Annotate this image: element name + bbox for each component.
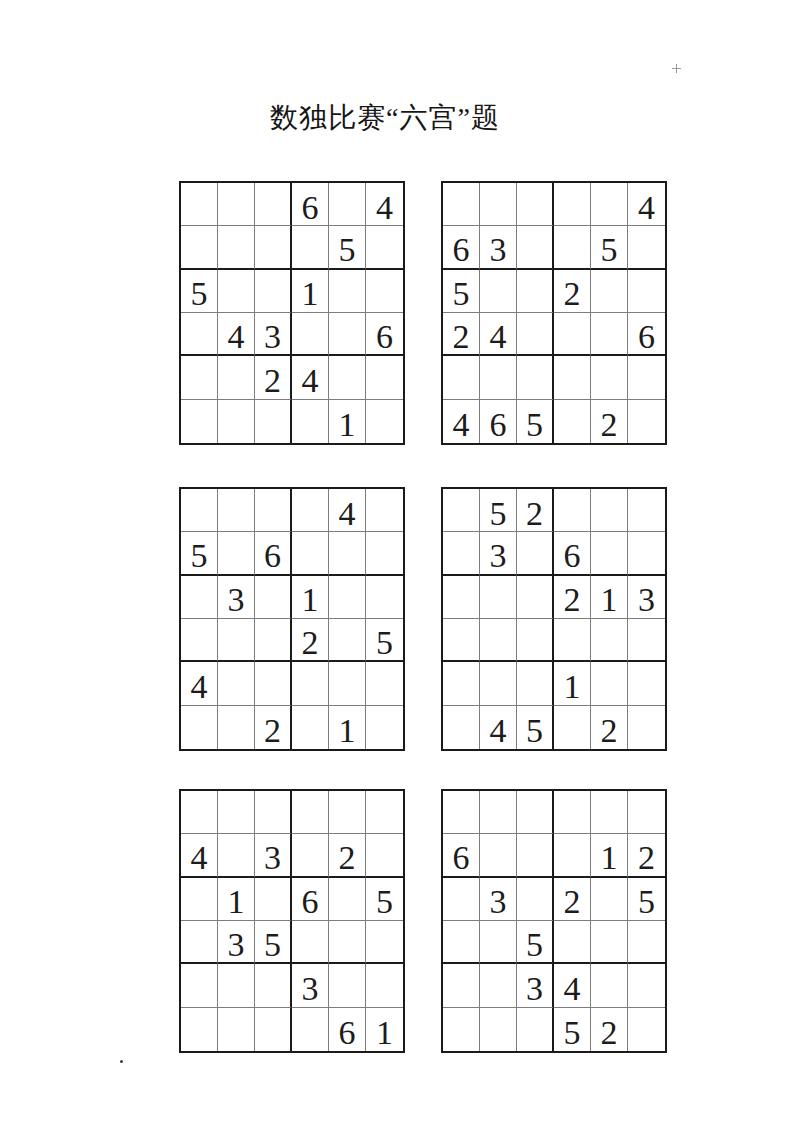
cell-r1c6: 4 (628, 183, 665, 226)
cell-r5c6 (628, 662, 665, 705)
cell-r4c5 (591, 921, 628, 964)
cell-r3c1 (443, 576, 480, 619)
cell-r2c5 (329, 532, 366, 575)
cell-r5c6 (366, 356, 403, 399)
cell-r6c6 (366, 400, 403, 443)
cell-r5c6 (628, 356, 665, 399)
cell-r3c5 (329, 270, 366, 313)
cell-r5c2 (218, 662, 255, 705)
cell-r3c3 (255, 270, 292, 313)
print-artifact-cross-mark (672, 64, 681, 73)
cell-r1c3 (255, 183, 292, 226)
cell-r5c1 (181, 356, 218, 399)
cell-r1c3 (255, 489, 292, 532)
cell-r1c6: 4 (366, 183, 403, 226)
cell-r4c6 (628, 921, 665, 964)
cell-r1c2 (480, 791, 517, 834)
cell-r1c4 (554, 791, 591, 834)
cell-r1c6 (628, 489, 665, 532)
cell-r2c2 (480, 834, 517, 877)
cell-r2c5: 5 (329, 226, 366, 269)
cell-r2c6: 2 (628, 834, 665, 877)
cell-r2c5: 5 (591, 226, 628, 269)
cell-r1c1 (181, 183, 218, 226)
cell-r4c5 (329, 921, 366, 964)
cell-r4c2: 4 (218, 313, 255, 356)
cell-r5c4 (554, 356, 591, 399)
cell-r3c2: 3 (218, 576, 255, 619)
cell-r3c1 (181, 878, 218, 921)
cell-r2c6 (366, 532, 403, 575)
cell-r1c1 (181, 791, 218, 834)
cell-r6c4: 5 (554, 1008, 591, 1051)
cell-r6c4 (554, 706, 591, 749)
cell-r1c5 (591, 183, 628, 226)
cell-r5c2 (480, 964, 517, 1007)
cell-r5c4: 4 (554, 964, 591, 1007)
cell-r5c4: 3 (292, 964, 329, 1007)
cell-r1c5 (591, 489, 628, 532)
cell-r1c1 (443, 489, 480, 532)
cell-r2c6 (366, 834, 403, 877)
cell-r4c5 (329, 619, 366, 662)
cell-r5c6 (366, 662, 403, 705)
cell-r6c1 (443, 706, 480, 749)
cell-r2c1: 5 (181, 532, 218, 575)
cell-r5c1 (181, 964, 218, 1007)
cell-r6c5: 6 (329, 1008, 366, 1051)
sudoku-grid-3: 4563125421 (179, 487, 405, 751)
sudoku-worksheet-page: 数独比赛“六宫”题 64551436241 4635522464652 4563… (0, 0, 800, 1132)
cell-r6c1: 4 (443, 400, 480, 443)
cell-r4c1: 2 (443, 313, 480, 356)
cell-r5c3: 3 (517, 964, 554, 1007)
cell-r2c2 (218, 834, 255, 877)
cell-r6c2: 4 (480, 706, 517, 749)
cell-r5c4: 1 (554, 662, 591, 705)
cell-r3c3 (517, 878, 554, 921)
cell-r1c2: 5 (480, 489, 517, 532)
cell-r4c1 (443, 619, 480, 662)
cell-r4c5 (591, 619, 628, 662)
cell-r2c1: 6 (443, 226, 480, 269)
cell-r5c3: 2 (255, 356, 292, 399)
cell-r4c4 (554, 619, 591, 662)
cell-r2c3 (517, 834, 554, 877)
cell-r4c6 (628, 619, 665, 662)
cell-r2c2 (218, 532, 255, 575)
cell-r1c2 (218, 791, 255, 834)
cell-r4c2 (218, 619, 255, 662)
cell-r3c6: 5 (628, 878, 665, 921)
cell-r6c6 (628, 400, 665, 443)
cell-r1c4 (554, 489, 591, 532)
cell-r2c5: 2 (329, 834, 366, 877)
cell-r6c3: 5 (517, 400, 554, 443)
sudoku-grid-6: 61232553452 (441, 789, 667, 1053)
cell-r5c5 (329, 964, 366, 1007)
cell-r1c1 (443, 791, 480, 834)
cell-r6c4 (292, 706, 329, 749)
cell-r3c1: 5 (443, 270, 480, 313)
cell-r4c4 (554, 921, 591, 964)
cell-r3c6: 3 (628, 576, 665, 619)
sudoku-grid-4: 52362131452 (441, 487, 667, 751)
cell-r5c1: 4 (181, 662, 218, 705)
cell-r3c2 (480, 576, 517, 619)
cell-r5c2 (480, 662, 517, 705)
cell-r4c6 (366, 921, 403, 964)
cell-r1c6 (366, 791, 403, 834)
cell-r4c6: 6 (628, 313, 665, 356)
cell-r2c1: 4 (181, 834, 218, 877)
cell-r1c2 (218, 489, 255, 532)
cell-r3c6 (366, 576, 403, 619)
cell-r6c5: 2 (591, 400, 628, 443)
cell-r3c3 (517, 576, 554, 619)
cell-r1c1 (443, 183, 480, 226)
cell-r3c5: 1 (591, 576, 628, 619)
sudoku-grid-5: 43216535361 (179, 789, 405, 1053)
cell-r4c3 (517, 313, 554, 356)
cell-r4c4 (554, 313, 591, 356)
cell-r3c6 (628, 270, 665, 313)
cell-r3c4: 2 (554, 270, 591, 313)
cell-r4c3: 5 (517, 921, 554, 964)
cell-r1c4 (292, 489, 329, 532)
cell-r6c4 (554, 400, 591, 443)
cell-r6c3 (517, 1008, 554, 1051)
cell-r2c4 (292, 226, 329, 269)
cell-r1c6 (366, 489, 403, 532)
cell-r6c3 (255, 1008, 292, 1051)
cell-r2c2 (218, 226, 255, 269)
cell-r6c1 (181, 400, 218, 443)
cell-r6c4 (292, 400, 329, 443)
cell-r1c5 (591, 791, 628, 834)
cell-r3c3 (255, 878, 292, 921)
cell-r2c4 (292, 834, 329, 877)
cell-r6c1 (181, 706, 218, 749)
cell-r5c1 (443, 662, 480, 705)
cell-r5c5 (329, 356, 366, 399)
cell-r3c5 (329, 878, 366, 921)
cell-r5c6 (366, 964, 403, 1007)
cell-r2c5 (591, 532, 628, 575)
cell-r4c1 (181, 921, 218, 964)
cell-r6c1 (181, 1008, 218, 1051)
cell-r2c6 (628, 226, 665, 269)
cell-r1c1 (181, 489, 218, 532)
cell-r2c2: 3 (480, 532, 517, 575)
cell-r2c1 (181, 226, 218, 269)
cell-r6c2 (218, 706, 255, 749)
cell-r3c6 (366, 270, 403, 313)
cell-r3c1 (443, 878, 480, 921)
cell-r5c3 (517, 662, 554, 705)
cell-r1c3: 2 (517, 489, 554, 532)
cell-r1c2 (480, 183, 517, 226)
cell-r3c3 (517, 270, 554, 313)
cell-r1c5: 4 (329, 489, 366, 532)
cell-r3c5 (591, 270, 628, 313)
cell-r3c3 (255, 576, 292, 619)
cell-r6c2 (218, 1008, 255, 1051)
cell-r6c2: 6 (480, 400, 517, 443)
cell-r5c2 (480, 356, 517, 399)
cell-r6c5: 2 (591, 1008, 628, 1051)
cell-r3c5 (591, 878, 628, 921)
cell-r1c2 (218, 183, 255, 226)
sudoku-grid-1: 64551436241 (179, 181, 405, 445)
cell-r4c5 (329, 313, 366, 356)
cell-r2c5: 1 (591, 834, 628, 877)
cell-r5c5 (591, 356, 628, 399)
cell-r3c4: 1 (292, 270, 329, 313)
cell-r4c6: 5 (366, 619, 403, 662)
cell-r3c2 (480, 270, 517, 313)
cell-r5c5 (591, 662, 628, 705)
cell-r3c2: 1 (218, 878, 255, 921)
cell-r2c4: 6 (554, 532, 591, 575)
cell-r5c5 (591, 964, 628, 1007)
cell-r2c1: 6 (443, 834, 480, 877)
cell-r1c4 (554, 183, 591, 226)
cell-r5c6 (628, 964, 665, 1007)
cell-r6c2 (480, 1008, 517, 1051)
page-title: 数独比赛“六宫”题 (0, 99, 770, 137)
cell-r4c3: 3 (255, 313, 292, 356)
cell-r2c3 (517, 226, 554, 269)
cell-r2c3 (255, 226, 292, 269)
cell-r6c6: 1 (366, 1008, 403, 1051)
cell-r4c2: 3 (218, 921, 255, 964)
cell-r3c5 (329, 576, 366, 619)
cell-r4c4: 2 (292, 619, 329, 662)
cell-r6c3: 5 (517, 706, 554, 749)
print-artifact-dot (120, 1060, 123, 1063)
cell-r4c2: 4 (480, 313, 517, 356)
cell-r5c5 (329, 662, 366, 705)
cell-r1c5 (329, 791, 366, 834)
cell-r6c5: 2 (591, 706, 628, 749)
cell-r6c4 (292, 1008, 329, 1051)
cell-r3c4: 1 (292, 576, 329, 619)
cell-r2c4 (554, 834, 591, 877)
cell-r5c3 (255, 662, 292, 705)
cell-r3c4: 2 (554, 576, 591, 619)
cell-r1c5 (329, 183, 366, 226)
cell-r1c4: 6 (292, 183, 329, 226)
cell-r6c6 (366, 706, 403, 749)
cell-r5c4: 4 (292, 356, 329, 399)
cell-r2c2: 3 (480, 226, 517, 269)
cell-r4c2 (480, 921, 517, 964)
cell-r1c3 (517, 183, 554, 226)
cell-r6c6 (628, 706, 665, 749)
cell-r4c1 (181, 619, 218, 662)
cell-r3c4: 6 (292, 878, 329, 921)
cell-r4c4 (292, 921, 329, 964)
cell-r3c2: 3 (480, 878, 517, 921)
cell-r2c4 (292, 532, 329, 575)
cell-r5c1 (443, 356, 480, 399)
cell-r4c5 (591, 313, 628, 356)
cell-r4c3 (255, 619, 292, 662)
cell-r5c3 (517, 356, 554, 399)
cell-r6c3 (255, 400, 292, 443)
cell-r4c1 (181, 313, 218, 356)
cell-r2c1 (443, 532, 480, 575)
cell-r3c6: 5 (366, 878, 403, 921)
cell-r4c6: 6 (366, 313, 403, 356)
cell-r6c2 (218, 400, 255, 443)
cell-r5c1 (443, 964, 480, 1007)
cell-r2c6 (366, 226, 403, 269)
cell-r2c4 (554, 226, 591, 269)
cell-r6c1 (443, 1008, 480, 1051)
cell-r3c4: 2 (554, 878, 591, 921)
cell-r5c2 (218, 964, 255, 1007)
cell-r5c3 (255, 964, 292, 1007)
cell-r2c6 (628, 532, 665, 575)
cell-r1c3 (255, 791, 292, 834)
cell-r6c5: 1 (329, 400, 366, 443)
cell-r2c3: 3 (255, 834, 292, 877)
cell-r5c2 (218, 356, 255, 399)
cell-r2c3: 6 (255, 532, 292, 575)
cell-r4c2 (480, 619, 517, 662)
cell-r1c6 (628, 791, 665, 834)
sudoku-grid-2: 4635522464652 (441, 181, 667, 445)
cell-r4c4 (292, 313, 329, 356)
cell-r3c1: 5 (181, 270, 218, 313)
cell-r3c1 (181, 576, 218, 619)
cell-r4c1 (443, 921, 480, 964)
cell-r6c6 (628, 1008, 665, 1051)
cell-r6c5: 1 (329, 706, 366, 749)
cell-r5c4 (292, 662, 329, 705)
cell-r6c3: 2 (255, 706, 292, 749)
cell-r1c3 (517, 791, 554, 834)
cell-r3c2 (218, 270, 255, 313)
cell-r2c3 (517, 532, 554, 575)
cell-r4c3 (517, 619, 554, 662)
cell-r4c3: 5 (255, 921, 292, 964)
cell-r1c4 (292, 791, 329, 834)
